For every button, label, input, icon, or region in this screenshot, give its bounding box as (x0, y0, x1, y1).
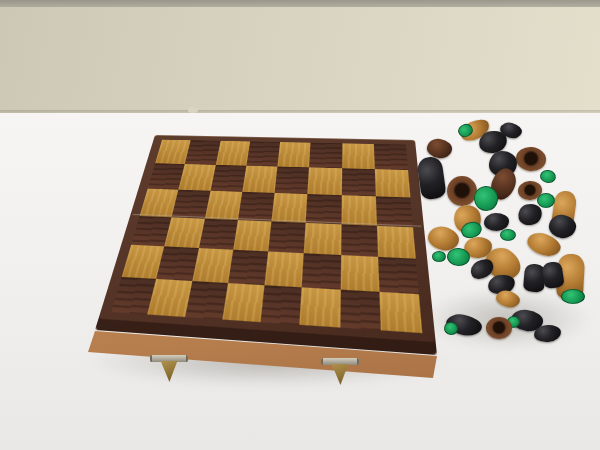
board-square (204, 190, 242, 219)
clasp-pendant (329, 364, 351, 385)
board-square (198, 218, 237, 250)
board-square (306, 194, 341, 224)
felt-base-disc (537, 193, 555, 208)
board-square (304, 222, 341, 255)
photo-scene (0, 0, 600, 450)
board-square (342, 143, 375, 169)
board-square (222, 283, 264, 322)
board-square (233, 220, 272, 252)
clasp-plate (150, 355, 188, 362)
brass-clasp-right (321, 358, 361, 390)
wall-background (0, 0, 600, 113)
chess-piece-black (541, 261, 564, 290)
board-grid (111, 140, 422, 333)
board-square (268, 221, 306, 254)
clasp-plate (321, 358, 359, 365)
table-edge-chip (188, 107, 198, 113)
chess-board (95, 135, 437, 355)
felt-base-disc (500, 229, 516, 241)
brass-clasp-left (150, 355, 190, 387)
board-square (378, 257, 419, 294)
board-square (246, 141, 280, 166)
board-square (215, 141, 250, 166)
board-square (377, 225, 416, 259)
board-square (341, 195, 377, 225)
board-square (238, 192, 275, 221)
board-square (341, 224, 378, 257)
board-square (375, 169, 411, 197)
board-square (379, 292, 422, 333)
board-square (260, 285, 301, 324)
board-square (300, 288, 340, 328)
board-square (228, 250, 268, 285)
chess-piece-brown (486, 317, 512, 339)
board-square (277, 142, 310, 167)
board-square (271, 193, 307, 223)
board-square (264, 252, 304, 288)
board-square (275, 166, 310, 193)
board-square (242, 166, 277, 193)
board-square (308, 167, 342, 195)
board-square (309, 143, 342, 168)
board-square (376, 196, 413, 227)
board-square (341, 168, 375, 196)
felt-base-disc (561, 289, 585, 304)
board-square (302, 254, 341, 290)
board-square (210, 165, 246, 192)
board-square (340, 255, 379, 292)
board-square (340, 290, 381, 330)
board-square (184, 281, 227, 319)
clasp-pendant (158, 361, 180, 382)
chess-piece-brown (447, 176, 477, 206)
board-square (192, 248, 233, 283)
felt-base-disc (432, 251, 446, 262)
board-square (374, 144, 408, 170)
wall-top-strip (0, 0, 600, 7)
